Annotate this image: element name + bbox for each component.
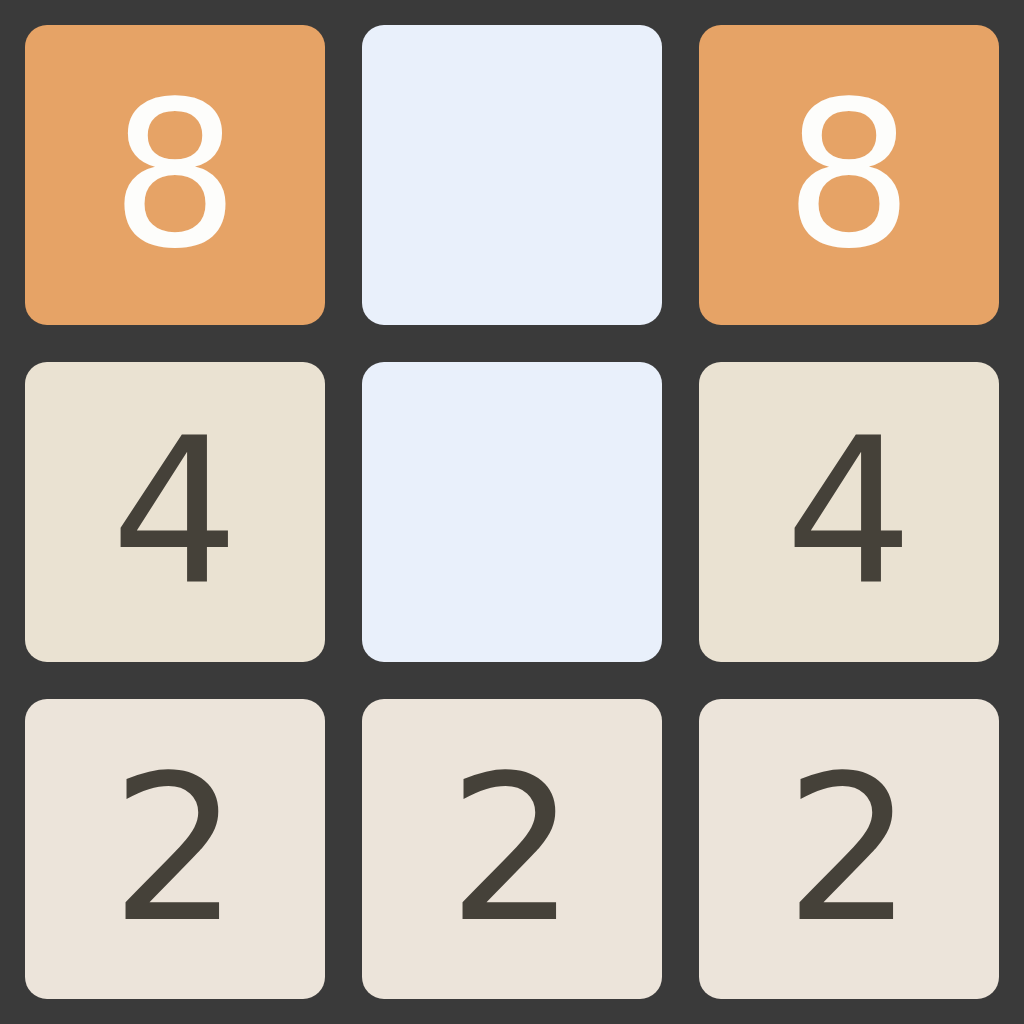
2048-board[interactable]: 8 8 4 4 2 2 2 (0, 0, 1024, 1024)
tile-8: 8 (699, 25, 999, 325)
empty-cell (362, 362, 662, 662)
tile-8: 8 (25, 25, 325, 325)
tile-2: 2 (362, 699, 662, 999)
tile-2: 2 (699, 699, 999, 999)
tile-2: 2 (25, 699, 325, 999)
tile-4: 4 (699, 362, 999, 662)
tile-4: 4 (25, 362, 325, 662)
empty-cell (362, 25, 662, 325)
